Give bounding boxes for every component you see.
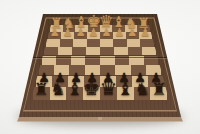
- piece-white-pawn: ♟: [102, 27, 112, 38]
- piece-black-king: ♚: [83, 79, 100, 99]
- piece-black-rook: ♜: [34, 81, 49, 98]
- piece-white-pawn: ♟: [114, 27, 124, 38]
- product-photo-scene: ♜♞♝♚♛♝♞♜♟♟♟♟♟♟♟♟♟♟♟♟♟♟♟♟♜♞♝♚♛♝♞♜: [0, 0, 200, 134]
- piece-white-pawn: ♟: [89, 27, 99, 38]
- piece-black-bishop: ♝: [117, 80, 133, 98]
- piece-black-bishop: ♝: [67, 80, 83, 98]
- piece-black-queen: ♛: [100, 79, 117, 99]
- piece-white-pawn: ♟: [63, 27, 73, 38]
- piece-white-pawn: ♟: [140, 27, 150, 38]
- piece-black-rook: ♜: [151, 81, 166, 98]
- piece-layer: ♜♞♝♚♛♝♞♜♟♟♟♟♟♟♟♟♟♟♟♟♟♟♟♟♜♞♝♚♛♝♞♜: [0, 0, 200, 134]
- piece-white-pawn: ♟: [50, 27, 60, 38]
- piece-black-knight: ♞: [134, 81, 149, 98]
- piece-white-pawn: ♟: [127, 27, 137, 38]
- piece-white-pawn: ♟: [76, 27, 86, 38]
- piece-black-knight: ♞: [50, 81, 65, 98]
